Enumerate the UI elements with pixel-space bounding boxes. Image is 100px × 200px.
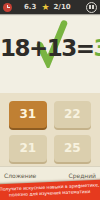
ad-text: Получите искусные навыки в арифметике, п… <box>0 180 100 199</box>
answer-tile-21[interactable]: 21 <box>9 135 47 162</box>
pause-button[interactable] <box>86 2 97 13</box>
answer-tile-22[interactable]: 22 <box>54 101 92 128</box>
mode-label: Сложение <box>4 172 36 179</box>
answer-tile-25[interactable]: 25 <box>54 135 92 162</box>
equation-answer: 31 <box>94 35 100 61</box>
star-icon: ★ <box>41 3 49 12</box>
top-bar: 6.3 ★ 2/10 <box>0 0 100 14</box>
equation-area: 18+13=31 <box>0 14 100 93</box>
difficulty-label: Средний <box>68 172 96 179</box>
pause-icon <box>89 5 91 10</box>
score-value: 2/10 <box>53 3 70 11</box>
equation: 18+13=31 <box>0 35 100 61</box>
answer-tile-31[interactable]: 31 <box>9 101 47 128</box>
pause-icon <box>92 5 94 10</box>
app-screen: 6.3 ★ 2/10 18+13=31 31 22 21 25 Сложение… <box>0 0 100 200</box>
equation-prompt: 18+13= <box>0 35 94 61</box>
timer-value: 6.3 <box>24 3 36 11</box>
ad-banner[interactable]: Получите искусные навыки в арифметике, п… <box>0 180 100 200</box>
timer-icon <box>3 3 12 12</box>
